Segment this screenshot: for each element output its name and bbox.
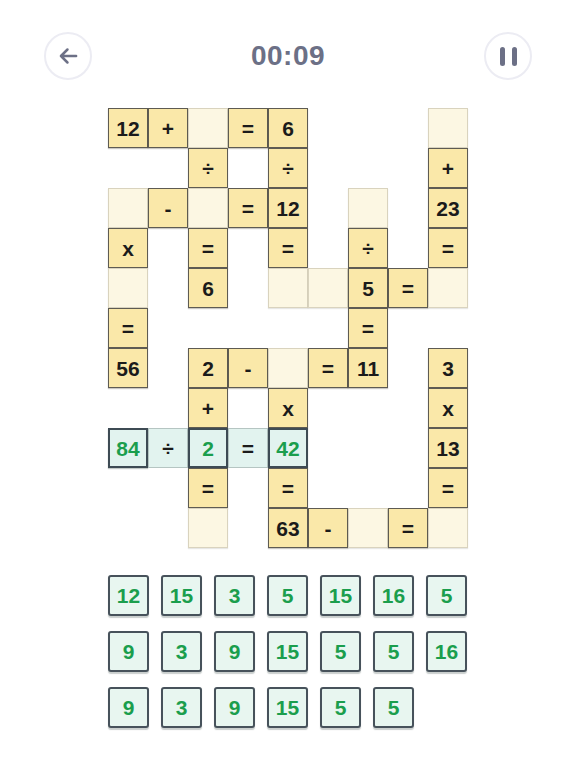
- tile-row: 12153515165: [108, 575, 467, 616]
- board-cell-r6-c7: =: [348, 308, 388, 348]
- board-cell-r3-c1[interactable]: [108, 188, 148, 228]
- board-cell-r1-c1: 12: [108, 108, 148, 148]
- board-cell-r9-c9: 13: [428, 428, 468, 468]
- number-tile-5[interactable]: 5: [373, 687, 414, 728]
- board-cell-r2-c5: ÷: [268, 148, 308, 188]
- board-cell-r5-c1[interactable]: [108, 268, 148, 308]
- board-cell-r9-c2: ÷: [148, 428, 188, 468]
- board-cell-r1-c4: =: [228, 108, 268, 148]
- number-tile-5[interactable]: 5: [426, 575, 467, 616]
- board-cell-r9-c3[interactable]: 2: [188, 428, 228, 468]
- board-cell-r2-c9: +: [428, 148, 468, 188]
- board-cell-r7-c4: -: [228, 348, 268, 388]
- tile-row: 939155516: [108, 631, 467, 672]
- number-tile-16[interactable]: 16: [373, 575, 414, 616]
- board-cell-r11-c6: -: [308, 508, 348, 548]
- pause-icon: [500, 47, 517, 66]
- board-cell-r5-c5[interactable]: [268, 268, 308, 308]
- board-cell-r3-c2: -: [148, 188, 188, 228]
- number-tile-5[interactable]: 5: [320, 687, 361, 728]
- tile-tray: 121535151659391555169391555: [108, 575, 467, 743]
- board-cell-r1-c3[interactable]: [188, 108, 228, 148]
- number-tile-15[interactable]: 15: [320, 575, 361, 616]
- number-tile-3[interactable]: 3: [214, 575, 255, 616]
- board-cell-r7-c9: 3: [428, 348, 468, 388]
- board-cell-r5-c9[interactable]: [428, 268, 468, 308]
- board-cell-r1-c2: +: [148, 108, 188, 148]
- board-cell-r8-c3: +: [188, 388, 228, 428]
- board-cell-r11-c7[interactable]: [348, 508, 388, 548]
- board-cell-r8-c9: x: [428, 388, 468, 428]
- board-cell-r3-c9: 23: [428, 188, 468, 228]
- number-tile-15[interactable]: 15: [161, 575, 202, 616]
- board-cell-r7-c6: =: [308, 348, 348, 388]
- number-tile-5[interactable]: 5: [267, 575, 308, 616]
- number-tile-9[interactable]: 9: [108, 687, 149, 728]
- board-cell-r11-c8: =: [388, 508, 428, 548]
- board-cell-r10-c5: =: [268, 468, 308, 508]
- board-cell-r11-c9[interactable]: [428, 508, 468, 548]
- board-cell-r3-c4: =: [228, 188, 268, 228]
- board-cell-r1-c5: 6: [268, 108, 308, 148]
- board-cell-r5-c8: =: [388, 268, 428, 308]
- board-cell-r4-c9: =: [428, 228, 468, 268]
- board-cell-r9-c5[interactable]: 42: [268, 428, 308, 468]
- board-cell-r4-c1: x: [108, 228, 148, 268]
- board-cell-r3-c7[interactable]: [348, 188, 388, 228]
- board-cell-r8-c5: x: [268, 388, 308, 428]
- pause-button[interactable]: [484, 32, 532, 80]
- board-cell-r7-c1: 56: [108, 348, 148, 388]
- number-tile-3[interactable]: 3: [161, 687, 202, 728]
- board-cell-r11-c5: 63: [268, 508, 308, 548]
- number-tile-9[interactable]: 9: [108, 631, 149, 672]
- number-tile-9[interactable]: 9: [214, 687, 255, 728]
- puzzle-board: 12+=6÷÷+-=1223x==÷=65===562-=113+xx84÷2=…: [108, 108, 468, 548]
- number-tile-9[interactable]: 9: [214, 631, 255, 672]
- tile-row: 9391555: [108, 687, 467, 728]
- board-cell-r7-c7: 11: [348, 348, 388, 388]
- game-screen: 00:09 12+=6÷÷+-=1223x==÷=65===562-=113+x…: [0, 0, 576, 768]
- board-cell-r5-c6[interactable]: [308, 268, 348, 308]
- board-cell-r10-c9: =: [428, 468, 468, 508]
- board-cell-r11-c3[interactable]: [188, 508, 228, 548]
- board-cell-r2-c3: ÷: [188, 148, 228, 188]
- board-cell-r7-c5[interactable]: [268, 348, 308, 388]
- board-cell-r5-c3: 6: [188, 268, 228, 308]
- board-cell-r10-c3: =: [188, 468, 228, 508]
- board-cell-r4-c5: =: [268, 228, 308, 268]
- board-cell-r3-c5: 12: [268, 188, 308, 228]
- board-cell-r3-c3[interactable]: [188, 188, 228, 228]
- board-cell-r1-c9[interactable]: [428, 108, 468, 148]
- number-tile-16[interactable]: 16: [426, 631, 467, 672]
- board-cell-r4-c7: ÷: [348, 228, 388, 268]
- number-tile-5[interactable]: 5: [373, 631, 414, 672]
- board-cell-r9-c1[interactable]: 84: [108, 428, 148, 468]
- number-tile-3[interactable]: 3: [161, 631, 202, 672]
- number-tile-5[interactable]: 5: [320, 631, 361, 672]
- board-cell-r4-c3: =: [188, 228, 228, 268]
- number-tile-15[interactable]: 15: [267, 687, 308, 728]
- board-cell-r5-c7: 5: [348, 268, 388, 308]
- board-cell-r7-c3: 2: [188, 348, 228, 388]
- number-tile-15[interactable]: 15: [267, 631, 308, 672]
- number-tile-12[interactable]: 12: [108, 575, 149, 616]
- board-cell-r6-c1: =: [108, 308, 148, 348]
- board-cell-r9-c4: =: [228, 428, 268, 468]
